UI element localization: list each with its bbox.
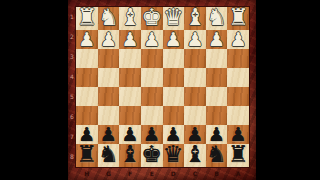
piece-black-rook[interactable]: ♜ <box>77 143 98 166</box>
square-c8[interactable]: ♝ <box>184 144 206 167</box>
square-a4[interactable] <box>227 68 249 87</box>
square-b1[interactable]: ♞ <box>206 7 228 30</box>
square-d4[interactable] <box>163 68 185 87</box>
square-h5[interactable] <box>76 87 98 106</box>
rank-label-3: 3 <box>68 47 76 67</box>
square-h4[interactable] <box>76 68 98 87</box>
file-label-b: B <box>206 169 228 179</box>
file-label-f: F <box>119 169 141 179</box>
square-a2[interactable]: ♟ <box>227 30 249 49</box>
square-c3[interactable] <box>184 49 206 68</box>
square-b2[interactable]: ♟ <box>206 30 228 49</box>
piece-black-queen[interactable]: ♛ <box>163 143 184 166</box>
rank-label-6: 6 <box>68 107 76 127</box>
piece-white-rook[interactable]: ♜ <box>77 6 98 29</box>
piece-black-king[interactable]: ♚ <box>141 143 162 166</box>
square-e4[interactable] <box>141 68 163 87</box>
square-b8[interactable]: ♞ <box>206 144 228 167</box>
file-label-c: C <box>184 169 206 179</box>
square-d3[interactable] <box>163 49 185 68</box>
chess-board[interactable]: ♜♞♝♚♛♝♞♜♟♟♟♟♟♟♟♟♟♟♟♟♟♟♟♟♜♞♝♚♛♝♞♜ <box>76 7 249 167</box>
piece-black-rook[interactable]: ♜ <box>228 143 249 166</box>
piece-white-pawn[interactable]: ♟ <box>143 30 160 49</box>
piece-white-pawn[interactable]: ♟ <box>230 30 247 49</box>
piece-white-pawn[interactable]: ♟ <box>186 30 203 49</box>
rank-label-8: 8 <box>68 147 76 167</box>
piece-white-bishop[interactable]: ♝ <box>185 6 206 29</box>
square-c1[interactable]: ♝ <box>184 7 206 30</box>
square-a5[interactable] <box>227 87 249 106</box>
rank-label-1: 1 <box>68 7 76 27</box>
rank-labels: 12345678 <box>68 7 76 167</box>
rank-label-7: 7 <box>68 127 76 147</box>
piece-black-knight[interactable]: ♞ <box>98 143 119 166</box>
file-label-a: A <box>227 169 249 179</box>
square-a8[interactable]: ♜ <box>227 144 249 167</box>
square-d1[interactable]: ♛ <box>163 7 185 30</box>
rank-label-5: 5 <box>68 87 76 107</box>
square-c2[interactable]: ♟ <box>184 30 206 49</box>
square-f5[interactable] <box>119 87 141 106</box>
piece-white-pawn[interactable]: ♟ <box>100 30 117 49</box>
file-label-h: H <box>76 169 98 179</box>
square-g1[interactable]: ♞ <box>98 7 120 30</box>
letterbox-background: 12345678 HGFEDCBA ♜♞♝♚♛♝♞♜♟♟♟♟♟♟♟♟♟♟♟♟♟♟… <box>0 0 320 180</box>
square-h2[interactable]: ♟ <box>76 30 98 49</box>
square-e5[interactable] <box>141 87 163 106</box>
piece-white-knight[interactable]: ♞ <box>206 6 227 29</box>
file-label-d: D <box>163 169 185 179</box>
piece-white-pawn[interactable]: ♟ <box>78 30 95 49</box>
rank-label-4: 4 <box>68 67 76 87</box>
square-b3[interactable] <box>206 49 228 68</box>
square-d2[interactable]: ♟ <box>163 30 185 49</box>
square-h8[interactable]: ♜ <box>76 144 98 167</box>
square-a1[interactable]: ♜ <box>227 7 249 30</box>
square-g3[interactable] <box>98 49 120 68</box>
square-e3[interactable] <box>141 49 163 68</box>
square-e1[interactable]: ♚ <box>141 7 163 30</box>
square-e2[interactable]: ♟ <box>141 30 163 49</box>
square-g8[interactable]: ♞ <box>98 144 120 167</box>
square-h1[interactable]: ♜ <box>76 7 98 30</box>
piece-white-pawn[interactable]: ♟ <box>208 30 225 49</box>
square-f8[interactable]: ♝ <box>119 144 141 167</box>
file-label-g: G <box>98 169 120 179</box>
piece-white-queen[interactable]: ♛ <box>163 6 184 29</box>
piece-black-knight[interactable]: ♞ <box>206 143 227 166</box>
square-g5[interactable] <box>98 87 120 106</box>
square-b5[interactable] <box>206 87 228 106</box>
square-e8[interactable]: ♚ <box>141 144 163 167</box>
square-f1[interactable]: ♝ <box>119 7 141 30</box>
square-a3[interactable] <box>227 49 249 68</box>
piece-white-king[interactable]: ♚ <box>141 6 162 29</box>
piece-white-bishop[interactable]: ♝ <box>120 6 141 29</box>
square-f4[interactable] <box>119 68 141 87</box>
piece-white-rook[interactable]: ♜ <box>228 6 249 29</box>
piece-black-bishop[interactable]: ♝ <box>185 143 206 166</box>
square-c4[interactable] <box>184 68 206 87</box>
file-label-e: E <box>141 169 163 179</box>
square-c5[interactable] <box>184 87 206 106</box>
square-d5[interactable] <box>163 87 185 106</box>
square-f3[interactable] <box>119 49 141 68</box>
piece-black-bishop[interactable]: ♝ <box>120 143 141 166</box>
square-h3[interactable] <box>76 49 98 68</box>
square-b4[interactable] <box>206 68 228 87</box>
piece-white-knight[interactable]: ♞ <box>98 6 119 29</box>
square-g2[interactable]: ♟ <box>98 30 120 49</box>
rank-label-2: 2 <box>68 27 76 47</box>
file-labels: HGFEDCBA <box>76 169 249 179</box>
square-d8[interactable]: ♛ <box>163 144 185 167</box>
square-f2[interactable]: ♟ <box>119 30 141 49</box>
piece-white-pawn[interactable]: ♟ <box>122 30 139 49</box>
piece-white-pawn[interactable]: ♟ <box>165 30 182 49</box>
square-g4[interactable] <box>98 68 120 87</box>
